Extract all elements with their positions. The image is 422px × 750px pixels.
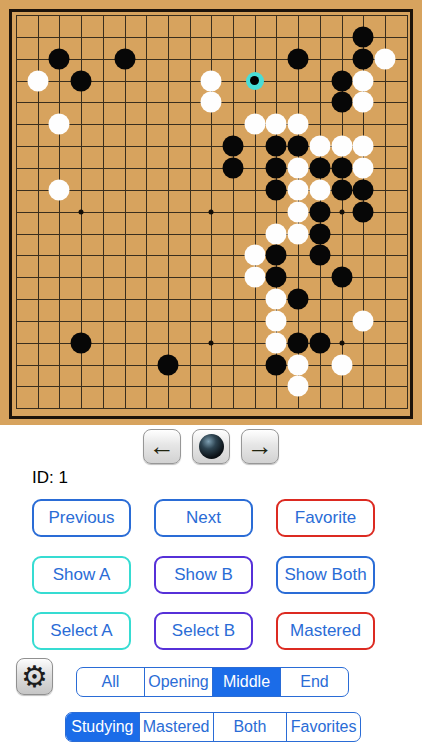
- settings-button[interactable]: ⚙: [16, 658, 53, 695]
- white-stone: [331, 136, 352, 157]
- white-stone: [353, 136, 374, 157]
- grid-line: [385, 15, 386, 409]
- black-stone-icon: [199, 434, 224, 459]
- show-a-button[interactable]: Show A: [32, 556, 131, 594]
- select-b-button[interactable]: Select B: [154, 612, 253, 650]
- segment-mastered[interactable]: Mastered: [139, 713, 213, 741]
- white-stone: [266, 114, 287, 135]
- white-stone: [288, 223, 309, 244]
- black-stone: [266, 179, 287, 200]
- black-stone: [309, 201, 330, 222]
- black-stone: [331, 92, 352, 113]
- white-stone: [309, 179, 330, 200]
- black-stone: [353, 48, 374, 69]
- black-stone: [353, 179, 374, 200]
- black-stone: [288, 332, 309, 353]
- white-stone: [288, 201, 309, 222]
- nav-next-button[interactable]: →: [241, 429, 279, 464]
- star-point: [339, 340, 344, 345]
- black-stone: [288, 289, 309, 310]
- left-arrow-icon: ←: [149, 433, 175, 459]
- white-stone: [201, 70, 222, 91]
- grid-line: [16, 321, 408, 322]
- problem-id-label: ID: 1: [32, 468, 68, 488]
- segment-end[interactable]: End: [280, 668, 348, 696]
- segment-all[interactable]: All: [77, 668, 144, 696]
- white-stone: [244, 114, 265, 135]
- action-row-2: Show AShow BShow Both: [32, 556, 422, 594]
- black-stone: [71, 70, 92, 91]
- black-stone: [309, 245, 330, 266]
- grid-line: [233, 15, 234, 409]
- show-b-button[interactable]: Show B: [154, 556, 253, 594]
- grid-line: [16, 255, 408, 256]
- black-stone: [331, 157, 352, 178]
- black-stone: [288, 48, 309, 69]
- white-stone: [288, 157, 309, 178]
- nav-prev-button[interactable]: ←: [143, 429, 181, 464]
- black-stone: [331, 179, 352, 200]
- white-stone: [309, 136, 330, 157]
- white-stone: [266, 289, 287, 310]
- black-stone: [266, 245, 287, 266]
- segment-opening[interactable]: Opening: [144, 668, 212, 696]
- grid-line: [16, 386, 408, 387]
- white-stone: [244, 267, 265, 288]
- next-button[interactable]: Next: [154, 499, 253, 537]
- white-stone: [374, 48, 395, 69]
- action-row-3: Select ASelect BMastered: [32, 612, 422, 650]
- study-segmented-control: StudyingMasteredBothFavorites: [65, 712, 361, 742]
- last-move-marker: [246, 72, 264, 90]
- black-stone: [353, 201, 374, 222]
- white-stone: [288, 376, 309, 397]
- phase-segmented-control: AllOpeningMiddleEnd: [76, 667, 349, 697]
- favorite-button[interactable]: Favorite: [276, 499, 375, 537]
- segment-favorites[interactable]: Favorites: [286, 713, 360, 741]
- black-stone: [49, 48, 70, 69]
- select-a-button[interactable]: Select A: [32, 612, 131, 650]
- black-stone: [266, 267, 287, 288]
- white-stone: [27, 70, 48, 91]
- star-point: [209, 209, 214, 214]
- white-stone: [288, 179, 309, 200]
- white-stone: [288, 354, 309, 375]
- white-stone: [288, 114, 309, 135]
- previous-button[interactable]: Previous: [32, 499, 131, 537]
- app-screen: { "game": { "name": "Go", "board_size": …: [0, 0, 422, 750]
- grid-line: [16, 299, 408, 300]
- black-stone: [223, 157, 244, 178]
- turn-indicator-button[interactable]: [192, 429, 230, 464]
- move-nav-row: ← →: [0, 428, 422, 464]
- black-stone: [331, 267, 352, 288]
- white-stone: [353, 157, 374, 178]
- black-stone: [266, 136, 287, 157]
- grid-line: [16, 408, 408, 409]
- black-stone: [288, 136, 309, 157]
- gear-icon: ⚙: [21, 662, 48, 692]
- black-stone: [309, 223, 330, 244]
- black-stone: [114, 48, 135, 69]
- action-row-1: PreviousNextFavorite: [32, 499, 422, 537]
- white-stone: [49, 179, 70, 200]
- white-stone: [201, 92, 222, 113]
- right-arrow-icon: →: [247, 433, 273, 459]
- black-stone: [266, 157, 287, 178]
- white-stone: [353, 310, 374, 331]
- black-stone: [309, 332, 330, 353]
- go-board[interactable]: [0, 0, 422, 425]
- segment-both[interactable]: Both: [213, 713, 287, 741]
- black-stone: [157, 354, 178, 375]
- star-point: [339, 209, 344, 214]
- white-stone: [244, 245, 265, 266]
- white-stone: [353, 92, 374, 113]
- grid-line: [407, 15, 408, 409]
- white-stone: [49, 114, 70, 135]
- grid-line: [16, 234, 408, 235]
- star-point: [209, 340, 214, 345]
- black-stone: [71, 332, 92, 353]
- show-both-button[interactable]: Show Both: [276, 556, 375, 594]
- white-stone: [266, 332, 287, 353]
- segment-studying[interactable]: Studying: [66, 713, 139, 741]
- black-stone: [266, 354, 287, 375]
- black-stone: [353, 26, 374, 47]
- black-stone: [309, 157, 330, 178]
- segment-middle[interactable]: Middle: [212, 668, 280, 696]
- white-stone: [266, 223, 287, 244]
- mastered-button[interactable]: Mastered: [276, 612, 375, 650]
- white-stone: [353, 70, 374, 91]
- white-stone: [266, 310, 287, 331]
- black-stone: [331, 70, 352, 91]
- star-point: [79, 209, 84, 214]
- white-stone: [331, 354, 352, 375]
- black-stone: [223, 136, 244, 157]
